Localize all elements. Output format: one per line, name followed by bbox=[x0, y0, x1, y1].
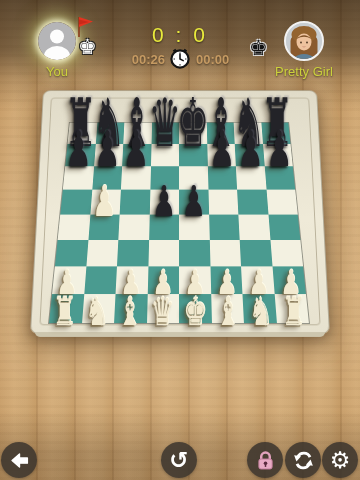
square-e8[interactable] bbox=[179, 123, 207, 145]
square-c7[interactable] bbox=[122, 144, 151, 166]
square-d2[interactable] bbox=[147, 266, 179, 294]
square-c3[interactable] bbox=[117, 240, 149, 267]
square-a5[interactable] bbox=[60, 190, 92, 214]
black-timer: 00:00 bbox=[196, 52, 256, 67]
square-d5[interactable] bbox=[149, 190, 179, 214]
square-g2[interactable] bbox=[241, 266, 274, 294]
square-f3[interactable] bbox=[209, 240, 241, 267]
square-c2[interactable] bbox=[116, 266, 148, 294]
square-a6[interactable] bbox=[63, 166, 94, 189]
square-f1[interactable] bbox=[211, 294, 244, 323]
undo-button[interactable]: ↺ bbox=[161, 442, 197, 478]
square-g3[interactable] bbox=[240, 240, 272, 267]
player-name-left: You bbox=[17, 64, 97, 79]
square-g4[interactable] bbox=[238, 214, 270, 239]
square-g1[interactable] bbox=[242, 294, 276, 323]
square-b4[interactable] bbox=[88, 214, 120, 239]
player-name-right: Pretty Girl bbox=[262, 64, 346, 79]
square-h8[interactable] bbox=[261, 123, 291, 145]
square-a3[interactable] bbox=[55, 240, 88, 267]
square-c1[interactable] bbox=[114, 294, 147, 323]
square-f4[interactable] bbox=[209, 214, 240, 239]
settings-button[interactable]: ⚙ bbox=[322, 442, 358, 478]
square-a7[interactable] bbox=[65, 144, 95, 166]
square-h6[interactable] bbox=[264, 166, 295, 189]
square-a1[interactable] bbox=[49, 294, 84, 323]
square-f8[interactable] bbox=[206, 123, 234, 145]
square-b2[interactable] bbox=[84, 266, 117, 294]
square-d4[interactable] bbox=[149, 214, 179, 239]
lock-button[interactable] bbox=[247, 442, 283, 478]
board-squares bbox=[48, 122, 310, 324]
square-a4[interactable] bbox=[58, 214, 90, 239]
square-c8[interactable] bbox=[123, 123, 151, 145]
black-king-badge-icon: ♚ bbox=[249, 38, 268, 59]
undo-arrow-icon: ↺ bbox=[169, 449, 188, 472]
score-display: 0 : 0 bbox=[130, 23, 230, 47]
square-d7[interactable] bbox=[151, 144, 179, 166]
square-g5[interactable] bbox=[237, 190, 268, 214]
square-e5[interactable] bbox=[179, 190, 209, 214]
square-e2[interactable] bbox=[179, 266, 211, 294]
square-d6[interactable] bbox=[150, 166, 179, 189]
square-a8[interactable] bbox=[68, 123, 98, 145]
square-b6[interactable] bbox=[92, 166, 122, 189]
square-f2[interactable] bbox=[210, 266, 242, 294]
square-b7[interactable] bbox=[94, 144, 124, 166]
square-b3[interactable] bbox=[86, 240, 118, 267]
square-d3[interactable] bbox=[148, 240, 179, 267]
rotate-board-button[interactable] bbox=[285, 442, 321, 478]
square-d1[interactable] bbox=[147, 294, 179, 323]
white-king-badge-icon: ♚ bbox=[78, 37, 97, 58]
white-timer: 00:26 bbox=[105, 52, 165, 67]
square-b5[interactable] bbox=[90, 190, 121, 214]
square-e7[interactable] bbox=[179, 144, 207, 166]
square-g6[interactable] bbox=[236, 166, 266, 189]
gear-icon: ⚙ bbox=[330, 449, 351, 472]
square-e4[interactable] bbox=[179, 214, 209, 239]
person-silhouette-icon bbox=[38, 22, 76, 60]
padlock-icon bbox=[256, 450, 275, 471]
square-h3[interactable] bbox=[270, 240, 303, 267]
square-h1[interactable] bbox=[274, 294, 309, 323]
square-b8[interactable] bbox=[95, 123, 124, 145]
square-c6[interactable] bbox=[121, 166, 151, 189]
square-e1[interactable] bbox=[179, 294, 211, 323]
square-c4[interactable] bbox=[118, 214, 149, 239]
opponent-avatar bbox=[284, 21, 324, 61]
circular-arrows-icon bbox=[293, 450, 314, 471]
square-f7[interactable] bbox=[207, 144, 236, 166]
square-f6[interactable] bbox=[207, 166, 237, 189]
square-e3[interactable] bbox=[179, 240, 210, 267]
left-arrow-icon bbox=[9, 450, 30, 471]
square-h5[interactable] bbox=[266, 190, 298, 214]
square-g7[interactable] bbox=[235, 144, 265, 166]
square-h7[interactable] bbox=[263, 144, 293, 166]
square-h4[interactable] bbox=[268, 214, 300, 239]
square-b1[interactable] bbox=[82, 294, 116, 323]
square-a2[interactable] bbox=[52, 266, 86, 294]
square-g8[interactable] bbox=[234, 123, 263, 145]
square-f5[interactable] bbox=[208, 190, 238, 214]
square-h2[interactable] bbox=[272, 266, 306, 294]
chess-game-screen: ♜♞♝♛♚♝♞♜♟♟♟♟♟♟♟♟♟♟♟♟♟♟♟♟♜♞♝♛♚♝♞♜ ♚ You 0… bbox=[0, 0, 360, 480]
square-c5[interactable] bbox=[120, 190, 150, 214]
avatar bbox=[38, 22, 76, 60]
back-button[interactable] bbox=[1, 442, 37, 478]
square-d8[interactable] bbox=[151, 123, 179, 145]
square-e6[interactable] bbox=[179, 166, 208, 189]
girl-avatar-image bbox=[286, 23, 322, 59]
alarm-clock-icon bbox=[168, 46, 192, 70]
